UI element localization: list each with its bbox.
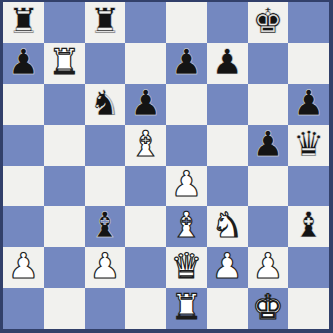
square-c1[interactable] xyxy=(85,288,126,329)
white-pawn[interactable]: ♟ xyxy=(252,249,283,284)
square-h4[interactable] xyxy=(288,166,329,207)
square-f2[interactable]: ♟ xyxy=(207,247,248,288)
black-pawn[interactable]: ♟ xyxy=(8,45,39,80)
white-queen[interactable]: ♛ xyxy=(171,249,202,284)
square-c6[interactable]: ♞ xyxy=(85,84,126,125)
square-b8[interactable] xyxy=(44,2,85,43)
square-f6[interactable] xyxy=(207,84,248,125)
square-a2[interactable]: ♟ xyxy=(3,247,44,288)
square-a7[interactable]: ♟ xyxy=(3,43,44,84)
black-pawn[interactable]: ♟ xyxy=(252,127,283,162)
square-d2[interactable] xyxy=(125,247,166,288)
square-d5[interactable]: ♝ xyxy=(125,125,166,166)
square-b4[interactable] xyxy=(44,166,85,207)
white-pawn[interactable]: ♟ xyxy=(171,167,202,202)
square-a4[interactable] xyxy=(3,166,44,207)
white-rook[interactable]: ♜ xyxy=(171,290,202,325)
square-d3[interactable] xyxy=(125,206,166,247)
white-pawn[interactable]: ♟ xyxy=(211,249,242,284)
white-rook[interactable]: ♜ xyxy=(48,45,79,80)
square-c2[interactable]: ♟ xyxy=(85,247,126,288)
square-d7[interactable] xyxy=(125,43,166,84)
square-f5[interactable] xyxy=(207,125,248,166)
white-pawn[interactable]: ♟ xyxy=(8,249,39,284)
square-h2[interactable] xyxy=(288,247,329,288)
black-knight[interactable]: ♞ xyxy=(89,86,120,121)
square-b5[interactable] xyxy=(44,125,85,166)
square-d6[interactable]: ♟ xyxy=(125,84,166,125)
square-a3[interactable] xyxy=(3,206,44,247)
square-g8[interactable]: ♚ xyxy=(248,2,289,43)
black-bishop[interactable]: ♝ xyxy=(89,208,120,243)
black-pawn[interactable]: ♟ xyxy=(211,45,242,80)
square-c5[interactable] xyxy=(85,125,126,166)
square-f7[interactable]: ♟ xyxy=(207,43,248,84)
square-g3[interactable] xyxy=(248,206,289,247)
square-c8[interactable]: ♜ xyxy=(85,2,126,43)
square-c3[interactable]: ♝ xyxy=(85,206,126,247)
square-d8[interactable] xyxy=(125,2,166,43)
white-bishop[interactable]: ♝ xyxy=(171,208,202,243)
square-e6[interactable] xyxy=(166,84,207,125)
square-f1[interactable] xyxy=(207,288,248,329)
square-g1[interactable]: ♚ xyxy=(248,288,289,329)
square-b2[interactable] xyxy=(44,247,85,288)
white-bishop[interactable]: ♝ xyxy=(130,127,161,162)
black-rook[interactable]: ♜ xyxy=(89,4,120,39)
square-a1[interactable] xyxy=(3,288,44,329)
square-f3[interactable]: ♞ xyxy=(207,206,248,247)
black-queen[interactable]: ♛ xyxy=(293,127,324,162)
square-b6[interactable] xyxy=(44,84,85,125)
square-g4[interactable] xyxy=(248,166,289,207)
square-f4[interactable] xyxy=(207,166,248,207)
square-e1[interactable]: ♜ xyxy=(166,288,207,329)
square-h3[interactable]: ♝ xyxy=(288,206,329,247)
square-d1[interactable] xyxy=(125,288,166,329)
square-e4[interactable]: ♟ xyxy=(166,166,207,207)
square-a6[interactable] xyxy=(3,84,44,125)
black-pawn[interactable]: ♟ xyxy=(130,86,161,121)
square-g7[interactable] xyxy=(248,43,289,84)
square-g5[interactable]: ♟ xyxy=(248,125,289,166)
square-b1[interactable] xyxy=(44,288,85,329)
square-e8[interactable] xyxy=(166,2,207,43)
square-d4[interactable] xyxy=(125,166,166,207)
square-h5[interactable]: ♛ xyxy=(288,125,329,166)
black-pawn[interactable]: ♟ xyxy=(171,45,202,80)
chess-board: ♜♜♚♟♜♟♟♞♟♟♝♟♛♟♝♝♞♝♟♟♛♟♟♜♚ xyxy=(3,2,329,329)
white-knight[interactable]: ♞ xyxy=(211,208,242,243)
square-e5[interactable] xyxy=(166,125,207,166)
square-e2[interactable]: ♛ xyxy=(166,247,207,288)
black-king[interactable]: ♚ xyxy=(252,4,283,39)
square-e7[interactable]: ♟ xyxy=(166,43,207,84)
square-h7[interactable] xyxy=(288,43,329,84)
black-rook[interactable]: ♜ xyxy=(8,4,39,39)
white-king[interactable]: ♚ xyxy=(252,290,283,325)
black-pawn[interactable]: ♟ xyxy=(293,86,324,121)
square-a5[interactable] xyxy=(3,125,44,166)
square-b7[interactable]: ♜ xyxy=(44,43,85,84)
square-g6[interactable] xyxy=(248,84,289,125)
square-h8[interactable] xyxy=(288,2,329,43)
square-b3[interactable] xyxy=(44,206,85,247)
black-bishop[interactable]: ♝ xyxy=(293,208,324,243)
square-g2[interactable]: ♟ xyxy=(248,247,289,288)
square-f8[interactable] xyxy=(207,2,248,43)
square-e3[interactable]: ♝ xyxy=(166,206,207,247)
square-c4[interactable] xyxy=(85,166,126,207)
square-c7[interactable] xyxy=(85,43,126,84)
square-h1[interactable] xyxy=(288,288,329,329)
board-frame: ♜♜♚♟♜♟♟♞♟♟♝♟♛♟♝♝♞♝♟♟♛♟♟♜♚ xyxy=(0,0,333,333)
square-h6[interactable]: ♟ xyxy=(288,84,329,125)
square-a8[interactable]: ♜ xyxy=(3,2,44,43)
white-pawn[interactable]: ♟ xyxy=(89,249,120,284)
